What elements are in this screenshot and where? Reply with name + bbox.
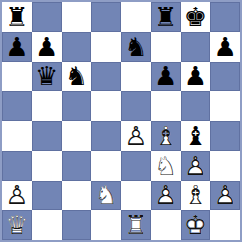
white-bishop-icon: ♗ — [181, 181, 211, 211]
piece-black-pawn: ♟ — [210, 32, 240, 62]
piece-white-knight: ♞♘ — [91, 181, 121, 211]
piece-black-pawn: ♟ — [181, 62, 211, 92]
square-a2[interactable]: ♟♙ — [2, 181, 32, 211]
piece-white-pawn: ♟♙ — [181, 151, 211, 181]
square-c2[interactable] — [62, 181, 92, 211]
square-f2[interactable]: ♟♙ — [151, 181, 181, 211]
white-knight-icon: ♘ — [151, 151, 181, 181]
square-b1[interactable] — [32, 210, 62, 240]
piece-black-knight: ♞ — [121, 32, 151, 62]
black-pawn-icon: ♟ — [32, 32, 62, 62]
square-g8[interactable]: ♚ — [181, 2, 211, 32]
square-c3[interactable] — [62, 151, 92, 181]
square-e2[interactable] — [121, 181, 151, 211]
square-c1[interactable] — [62, 210, 92, 240]
black-knight-icon: ♞ — [62, 62, 92, 92]
square-a5[interactable] — [2, 91, 32, 121]
square-h4[interactable] — [210, 121, 240, 151]
white-pawn-icon: ♙ — [121, 121, 151, 151]
piece-white-pawn: ♟♙ — [210, 181, 240, 211]
square-h8[interactable] — [210, 2, 240, 32]
white-rook-fill-icon: ♜ — [121, 210, 151, 240]
piece-white-queen: ♛♕ — [2, 210, 32, 240]
piece-white-bishop: ♝♗ — [151, 121, 181, 151]
square-d1[interactable] — [91, 210, 121, 240]
square-d7[interactable] — [91, 32, 121, 62]
black-knight-icon: ♞ — [121, 32, 151, 62]
square-g7[interactable] — [181, 32, 211, 62]
square-c5[interactable] — [62, 91, 92, 121]
black-pawn-icon: ♟ — [210, 32, 240, 62]
square-f8[interactable]: ♜ — [151, 2, 181, 32]
square-d3[interactable] — [91, 151, 121, 181]
square-d6[interactable] — [91, 62, 121, 92]
square-e5[interactable] — [121, 91, 151, 121]
white-pawn-icon: ♙ — [2, 181, 32, 211]
piece-black-queen: ♛ — [32, 62, 62, 92]
square-a3[interactable] — [2, 151, 32, 181]
square-a1[interactable]: ♛♕ — [2, 210, 32, 240]
square-b4[interactable] — [32, 121, 62, 151]
square-c6[interactable]: ♞ — [62, 62, 92, 92]
piece-black-knight: ♞ — [62, 62, 92, 92]
white-king-fill-icon: ♚ — [181, 210, 211, 240]
chess-board: ♜♜♚♟♟♞♟♛♞♟♟♟♙♝♗♝♞♘♟♙♟♙♞♘♟♙♝♗♟♙♛♕♜♖♚♔ — [0, 0, 242, 242]
square-a7[interactable]: ♟ — [2, 32, 32, 62]
piece-black-rook: ♜ — [2, 2, 32, 32]
white-knight-fill-icon: ♞ — [151, 151, 181, 181]
square-f4[interactable]: ♝♗ — [151, 121, 181, 151]
square-c7[interactable] — [62, 32, 92, 62]
white-pawn-fill-icon: ♟ — [181, 151, 211, 181]
piece-white-pawn: ♟♙ — [2, 181, 32, 211]
square-b6[interactable]: ♛ — [32, 62, 62, 92]
piece-white-rook: ♜♖ — [121, 210, 151, 240]
square-b2[interactable] — [32, 181, 62, 211]
square-d2[interactable]: ♞♘ — [91, 181, 121, 211]
square-a6[interactable] — [2, 62, 32, 92]
square-e8[interactable] — [121, 2, 151, 32]
piece-white-bishop: ♝♗ — [181, 181, 211, 211]
square-d4[interactable] — [91, 121, 121, 151]
square-h5[interactable] — [210, 91, 240, 121]
square-g5[interactable] — [181, 91, 211, 121]
black-king-icon: ♚ — [181, 2, 211, 32]
square-f5[interactable] — [151, 91, 181, 121]
piece-black-rook: ♜ — [151, 2, 181, 32]
square-f1[interactable] — [151, 210, 181, 240]
white-pawn-fill-icon: ♟ — [2, 181, 32, 211]
square-h1[interactable] — [210, 210, 240, 240]
square-f6[interactable]: ♟ — [151, 62, 181, 92]
piece-black-king: ♚ — [181, 2, 211, 32]
black-pawn-icon: ♟ — [151, 62, 181, 92]
piece-black-pawn: ♟ — [151, 62, 181, 92]
square-h3[interactable] — [210, 151, 240, 181]
white-bishop-fill-icon: ♝ — [181, 181, 211, 211]
piece-black-pawn: ♟ — [32, 32, 62, 62]
square-g4[interactable]: ♝ — [181, 121, 211, 151]
white-king-icon: ♔ — [181, 210, 211, 240]
square-d5[interactable] — [91, 91, 121, 121]
piece-black-pawn: ♟ — [2, 32, 32, 62]
black-pawn-icon: ♟ — [2, 32, 32, 62]
white-pawn-icon: ♙ — [181, 151, 211, 181]
black-queen-icon: ♛ — [32, 62, 62, 92]
square-h7[interactable]: ♟ — [210, 32, 240, 62]
black-rook-icon: ♜ — [2, 2, 32, 32]
piece-white-king: ♚♔ — [181, 210, 211, 240]
square-e4[interactable]: ♟♙ — [121, 121, 151, 151]
square-f3[interactable]: ♞♘ — [151, 151, 181, 181]
square-h2[interactable]: ♟♙ — [210, 181, 240, 211]
square-b7[interactable]: ♟ — [32, 32, 62, 62]
square-e6[interactable] — [121, 62, 151, 92]
black-bishop-icon: ♝ — [181, 121, 211, 151]
piece-white-knight: ♞♘ — [151, 151, 181, 181]
square-a4[interactable] — [2, 121, 32, 151]
white-queen-icon: ♕ — [2, 210, 32, 240]
white-pawn-fill-icon: ♟ — [121, 121, 151, 151]
white-pawn-icon: ♙ — [151, 181, 181, 211]
square-b5[interactable] — [32, 91, 62, 121]
white-pawn-fill-icon: ♟ — [210, 181, 240, 211]
square-g6[interactable]: ♟ — [181, 62, 211, 92]
square-b8[interactable] — [32, 2, 62, 32]
white-rook-icon: ♖ — [121, 210, 151, 240]
white-bishop-fill-icon: ♝ — [151, 121, 181, 151]
white-pawn-icon: ♙ — [210, 181, 240, 211]
square-g1[interactable]: ♚♔ — [181, 210, 211, 240]
white-knight-icon: ♘ — [91, 181, 121, 211]
square-d8[interactable] — [91, 2, 121, 32]
square-e7[interactable]: ♞ — [121, 32, 151, 62]
white-knight-fill-icon: ♞ — [91, 181, 121, 211]
square-a8[interactable]: ♜ — [2, 2, 32, 32]
black-rook-icon: ♜ — [151, 2, 181, 32]
square-e3[interactable] — [121, 151, 151, 181]
piece-white-pawn: ♟♙ — [121, 121, 151, 151]
square-e1[interactable]: ♜♖ — [121, 210, 151, 240]
piece-black-bishop: ♝ — [181, 121, 211, 151]
square-b3[interactable] — [32, 151, 62, 181]
piece-white-pawn: ♟♙ — [151, 181, 181, 211]
square-c8[interactable] — [62, 2, 92, 32]
square-g2[interactable]: ♝♗ — [181, 181, 211, 211]
square-c4[interactable] — [62, 121, 92, 151]
white-queen-fill-icon: ♛ — [2, 210, 32, 240]
square-h6[interactable] — [210, 62, 240, 92]
white-bishop-icon: ♗ — [151, 121, 181, 151]
black-pawn-icon: ♟ — [181, 62, 211, 92]
white-pawn-fill-icon: ♟ — [151, 181, 181, 211]
square-f7[interactable] — [151, 32, 181, 62]
square-g3[interactable]: ♟♙ — [181, 151, 211, 181]
